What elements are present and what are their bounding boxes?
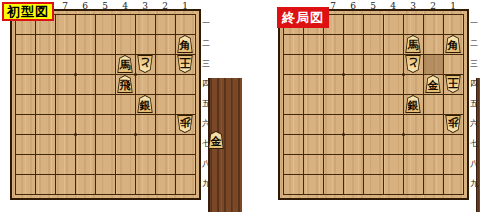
row-number: 九 <box>470 179 480 189</box>
row-number: 九 <box>202 179 213 189</box>
column-number: 1 <box>175 2 195 11</box>
row-number: 五 <box>470 99 480 109</box>
column-number: 1 <box>443 2 463 11</box>
column-number: 3 <box>135 2 155 11</box>
row-number: 四 <box>202 79 213 89</box>
board-grid-initial <box>15 14 196 195</box>
column-number: 6 <box>343 2 363 11</box>
row-number: 一 <box>202 19 213 29</box>
star-point <box>134 133 137 136</box>
row-number: 三 <box>470 59 480 69</box>
star-point <box>134 73 137 76</box>
row-number: 六 <box>470 119 480 129</box>
row-number: 一 <box>470 19 480 29</box>
row-number: 二 <box>202 39 213 49</box>
row-number: 二 <box>470 39 480 49</box>
column-number: 2 <box>155 2 175 11</box>
star-point <box>74 73 77 76</box>
shogi-board-final <box>278 9 469 200</box>
row-number: 四 <box>470 79 480 89</box>
row-number: 八 <box>202 159 213 169</box>
row-number: 八 <box>470 159 480 169</box>
column-number: 6 <box>75 2 95 11</box>
star-point <box>74 133 77 136</box>
row-number: 三 <box>202 59 213 69</box>
row-number: 七 <box>470 139 480 149</box>
column-number: 4 <box>383 2 403 11</box>
column-number: 2 <box>423 2 443 11</box>
shogi-board-initial <box>10 9 201 200</box>
star-point <box>342 133 345 136</box>
label-final-diagram: 終局図 <box>277 7 329 28</box>
highlight-square <box>424 55 444 75</box>
star-point <box>402 133 405 136</box>
column-number: 3 <box>403 2 423 11</box>
star-point <box>402 73 405 76</box>
column-number: 7 <box>55 2 75 11</box>
column-number: 5 <box>95 2 115 11</box>
column-number: 5 <box>363 2 383 11</box>
label-initial-diagram: 初型図 <box>2 2 54 21</box>
board-grid-final <box>283 14 464 195</box>
star-point <box>342 73 345 76</box>
column-number: 4 <box>115 2 135 11</box>
row-number: 六 <box>202 119 213 129</box>
row-number: 五 <box>202 99 213 109</box>
